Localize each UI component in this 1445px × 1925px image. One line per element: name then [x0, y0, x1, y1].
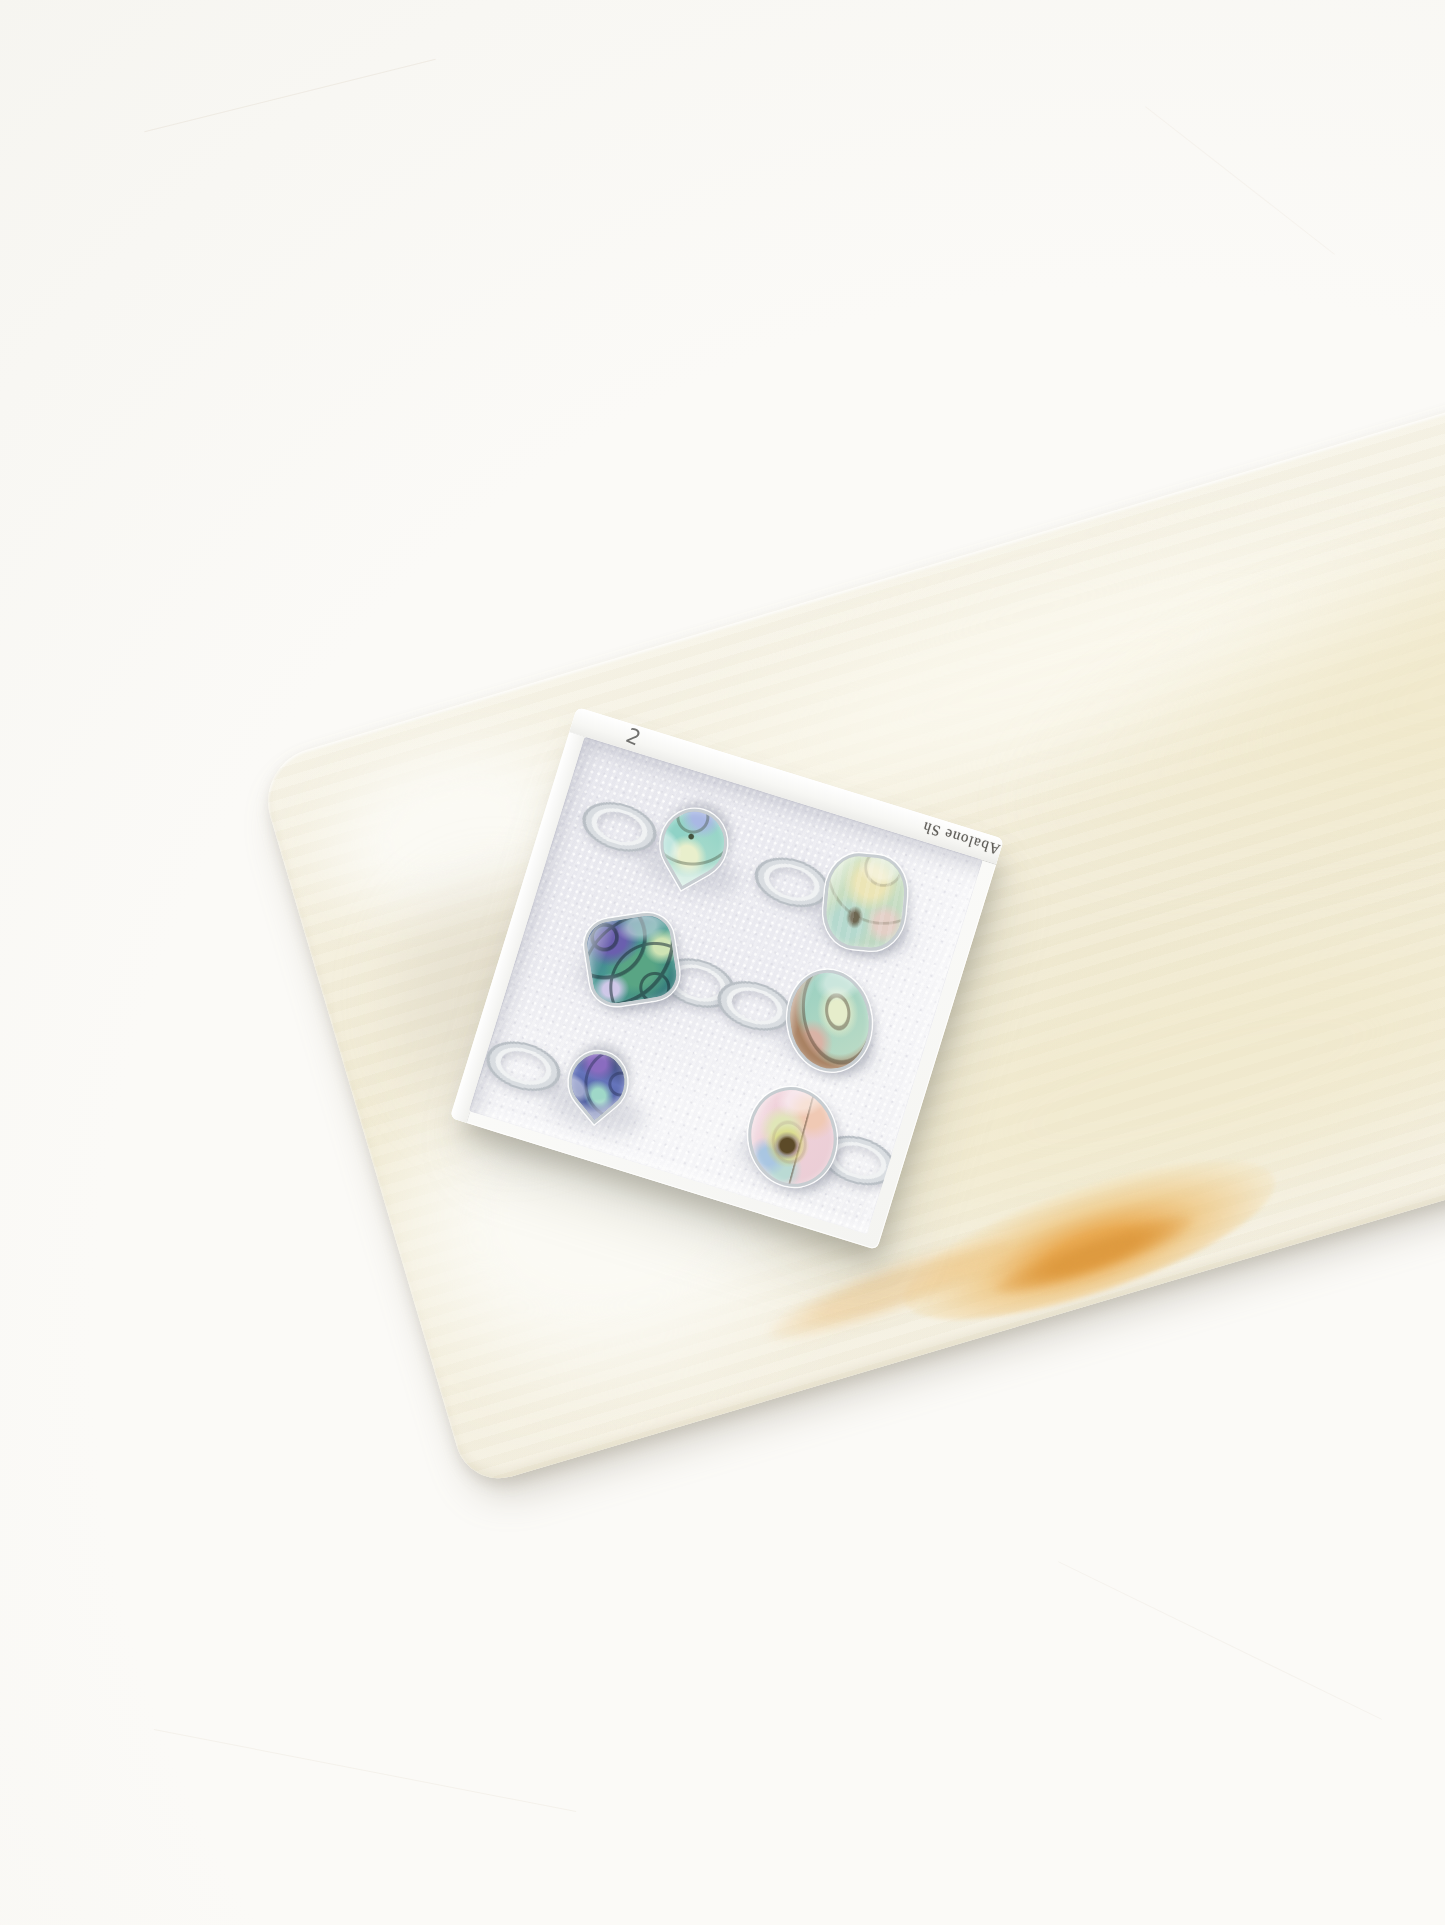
- abalone-stone-rounded-square: [820, 850, 910, 953]
- background-vein: [144, 59, 435, 133]
- abalone-stone-oval: [781, 964, 878, 1076]
- pencil-mark: 2: [622, 723, 644, 750]
- background-vein: [1058, 1561, 1382, 1720]
- abalone-stone-cushion: [581, 909, 683, 1010]
- background-vein: [1145, 106, 1335, 255]
- silver-band: [571, 789, 669, 864]
- scene: 2 Abalone Sh: [0, 0, 1445, 1925]
- abalone-stone-teardrop: [647, 797, 740, 890]
- background-vein: [154, 1729, 576, 1812]
